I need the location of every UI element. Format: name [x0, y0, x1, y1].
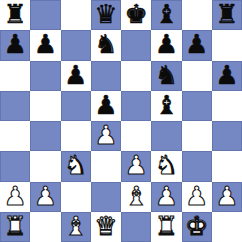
square-h5[interactable]: [212, 91, 242, 121]
square-d5[interactable]: ♟: [91, 91, 121, 121]
piece-white-king[interactable]: ♚: [185, 212, 208, 241]
square-e6[interactable]: [121, 61, 151, 91]
piece-white-knight[interactable]: ♞: [64, 151, 87, 180]
square-a6[interactable]: [0, 61, 30, 91]
square-d2[interactable]: [91, 182, 121, 212]
piece-white-pawn[interactable]: ♟: [34, 182, 57, 211]
piece-black-bishop[interactable]: ♝: [155, 0, 178, 29]
piece-black-queen[interactable]: ♛: [94, 0, 117, 29]
piece-black-rook[interactable]: ♜: [3, 0, 26, 29]
square-a4[interactable]: [0, 121, 30, 151]
square-b8[interactable]: [30, 0, 60, 30]
square-g4[interactable]: [182, 121, 212, 151]
square-b2[interactable]: ♟: [30, 182, 60, 212]
square-e2[interactable]: ♝: [121, 182, 151, 212]
square-h4[interactable]: [212, 121, 242, 151]
piece-white-rook[interactable]: ♜: [155, 212, 178, 241]
piece-black-king[interactable]: ♚: [124, 0, 147, 29]
square-e1[interactable]: [121, 212, 151, 242]
square-c1[interactable]: ♝: [61, 212, 91, 242]
square-f3[interactable]: ♞: [151, 151, 181, 181]
square-h6[interactable]: ♟: [212, 61, 242, 91]
square-c4[interactable]: [61, 121, 91, 151]
piece-white-pawn[interactable]: ♟: [155, 182, 178, 211]
piece-white-pawn[interactable]: ♟: [124, 151, 147, 180]
square-d8[interactable]: ♛: [91, 0, 121, 30]
square-a7[interactable]: ♟: [0, 30, 30, 60]
square-b3[interactable]: [30, 151, 60, 181]
square-d1[interactable]: ♛: [91, 212, 121, 242]
chess-board: ♜♛♚♝♜♟♟♞♟♟♟♞♟♟♝♟♞♟♞♟♟♝♟♟♟♜♝♛♜♚: [0, 0, 242, 242]
piece-black-pawn[interactable]: ♟: [185, 30, 208, 59]
square-a1[interactable]: ♜: [0, 212, 30, 242]
square-f2[interactable]: ♟: [151, 182, 181, 212]
square-d4[interactable]: ♟: [91, 121, 121, 151]
square-f5[interactable]: ♝: [151, 91, 181, 121]
square-h7[interactable]: [212, 30, 242, 60]
square-d6[interactable]: [91, 61, 121, 91]
square-c5[interactable]: [61, 91, 91, 121]
square-g8[interactable]: [182, 0, 212, 30]
piece-black-pawn[interactable]: ♟: [34, 30, 57, 59]
piece-black-pawn[interactable]: ♟: [215, 61, 238, 90]
square-g6[interactable]: [182, 61, 212, 91]
square-a3[interactable]: [0, 151, 30, 181]
square-c7[interactable]: [61, 30, 91, 60]
square-a8[interactable]: ♜: [0, 0, 30, 30]
piece-white-queen[interactable]: ♛: [94, 212, 117, 241]
square-h3[interactable]: [212, 151, 242, 181]
square-g7[interactable]: ♟: [182, 30, 212, 60]
square-h1[interactable]: [212, 212, 242, 242]
piece-black-pawn[interactable]: ♟: [94, 91, 117, 120]
piece-white-pawn[interactable]: ♟: [94, 121, 117, 150]
square-c2[interactable]: [61, 182, 91, 212]
square-c6[interactable]: ♟: [61, 61, 91, 91]
piece-black-rook[interactable]: ♜: [215, 0, 238, 29]
piece-white-bishop[interactable]: ♝: [124, 182, 147, 211]
square-g5[interactable]: [182, 91, 212, 121]
square-e8[interactable]: ♚: [121, 0, 151, 30]
square-b5[interactable]: [30, 91, 60, 121]
piece-white-pawn[interactable]: ♟: [3, 182, 26, 211]
square-h2[interactable]: ♟: [212, 182, 242, 212]
square-e5[interactable]: [121, 91, 151, 121]
piece-black-pawn[interactable]: ♟: [155, 30, 178, 59]
square-b1[interactable]: [30, 212, 60, 242]
piece-white-bishop[interactable]: ♝: [64, 212, 87, 241]
square-e4[interactable]: [121, 121, 151, 151]
square-a2[interactable]: ♟: [0, 182, 30, 212]
square-e7[interactable]: [121, 30, 151, 60]
square-c8[interactable]: [61, 0, 91, 30]
square-g2[interactable]: ♟: [182, 182, 212, 212]
square-d7[interactable]: ♞: [91, 30, 121, 60]
square-f1[interactable]: ♜: [151, 212, 181, 242]
square-g1[interactable]: ♚: [182, 212, 212, 242]
piece-white-pawn[interactable]: ♟: [215, 182, 238, 211]
piece-white-pawn[interactable]: ♟: [185, 182, 208, 211]
square-b4[interactable]: [30, 121, 60, 151]
square-f8[interactable]: ♝: [151, 0, 181, 30]
square-d3[interactable]: [91, 151, 121, 181]
square-f6[interactable]: ♞: [151, 61, 181, 91]
square-b7[interactable]: ♟: [30, 30, 60, 60]
piece-black-pawn[interactable]: ♟: [3, 30, 26, 59]
square-a5[interactable]: [0, 91, 30, 121]
piece-black-pawn[interactable]: ♟: [64, 61, 87, 90]
square-f7[interactable]: ♟: [151, 30, 181, 60]
piece-black-bishop[interactable]: ♝: [155, 91, 178, 120]
piece-white-rook[interactable]: ♜: [3, 212, 26, 241]
piece-black-knight[interactable]: ♞: [94, 30, 117, 59]
square-h8[interactable]: ♜: [212, 0, 242, 30]
square-b6[interactable]: [30, 61, 60, 91]
square-g3[interactable]: [182, 151, 212, 181]
square-e3[interactable]: ♟: [121, 151, 151, 181]
piece-white-knight[interactable]: ♞: [155, 151, 178, 180]
square-f4[interactable]: [151, 121, 181, 151]
square-c3[interactable]: ♞: [61, 151, 91, 181]
piece-black-knight[interactable]: ♞: [155, 61, 178, 90]
